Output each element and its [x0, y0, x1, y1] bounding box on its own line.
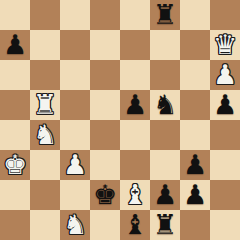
piece-black-rook[interactable]: ♜ [153, 0, 177, 30]
piece-black-pawn[interactable]: ♟ [183, 180, 207, 210]
chess-board: ♜♟♛♟♜♟♞♟♞♚♟♟♚♝♟♟♞♝♜ [0, 0, 240, 240]
piece-black-pawn[interactable]: ♟ [123, 90, 147, 120]
square-d6[interactable] [90, 60, 120, 90]
square-f2[interactable]: ♟ [150, 180, 180, 210]
piece-white-knight[interactable]: ♞ [63, 210, 87, 240]
square-g7[interactable] [180, 30, 210, 60]
piece-black-pawn[interactable]: ♟ [183, 150, 207, 180]
piece-black-pawn[interactable]: ♟ [153, 180, 177, 210]
square-h8[interactable] [210, 0, 240, 30]
square-b4[interactable]: ♞ [30, 120, 60, 150]
piece-white-knight[interactable]: ♞ [33, 120, 57, 150]
square-f4[interactable] [150, 120, 180, 150]
square-e1[interactable]: ♝ [120, 210, 150, 240]
piece-black-pawn[interactable]: ♟ [3, 30, 27, 60]
square-a6[interactable] [0, 60, 30, 90]
square-e8[interactable] [120, 0, 150, 30]
square-b6[interactable] [30, 60, 60, 90]
square-c4[interactable] [60, 120, 90, 150]
piece-white-king[interactable]: ♚ [3, 150, 27, 180]
square-g1[interactable] [180, 210, 210, 240]
square-a1[interactable] [0, 210, 30, 240]
square-f8[interactable]: ♜ [150, 0, 180, 30]
square-c6[interactable] [60, 60, 90, 90]
square-c3[interactable]: ♟ [60, 150, 90, 180]
piece-white-queen[interactable]: ♛ [213, 30, 237, 60]
square-f7[interactable] [150, 30, 180, 60]
piece-black-pawn[interactable]: ♟ [213, 90, 237, 120]
square-h2[interactable] [210, 180, 240, 210]
square-e3[interactable] [120, 150, 150, 180]
square-d8[interactable] [90, 0, 120, 30]
piece-black-king[interactable]: ♚ [93, 180, 117, 210]
square-h7[interactable]: ♛ [210, 30, 240, 60]
square-f5[interactable]: ♞ [150, 90, 180, 120]
square-a5[interactable] [0, 90, 30, 120]
piece-black-rook[interactable]: ♜ [153, 210, 177, 240]
square-h4[interactable] [210, 120, 240, 150]
square-b5[interactable]: ♜ [30, 90, 60, 120]
square-c7[interactable] [60, 30, 90, 60]
square-b3[interactable] [30, 150, 60, 180]
square-b7[interactable] [30, 30, 60, 60]
square-g2[interactable]: ♟ [180, 180, 210, 210]
square-e7[interactable] [120, 30, 150, 60]
square-d7[interactable] [90, 30, 120, 60]
square-c2[interactable] [60, 180, 90, 210]
square-a4[interactable] [0, 120, 30, 150]
piece-white-rook[interactable]: ♜ [33, 90, 57, 120]
square-g6[interactable] [180, 60, 210, 90]
square-d5[interactable] [90, 90, 120, 120]
square-g4[interactable] [180, 120, 210, 150]
square-h5[interactable]: ♟ [210, 90, 240, 120]
square-a2[interactable] [0, 180, 30, 210]
square-f1[interactable]: ♜ [150, 210, 180, 240]
square-d2[interactable]: ♚ [90, 180, 120, 210]
square-h6[interactable]: ♟ [210, 60, 240, 90]
piece-white-pawn[interactable]: ♟ [63, 150, 87, 180]
square-e4[interactable] [120, 120, 150, 150]
square-b8[interactable] [30, 0, 60, 30]
square-e2[interactable]: ♝ [120, 180, 150, 210]
square-d4[interactable] [90, 120, 120, 150]
square-g8[interactable] [180, 0, 210, 30]
square-a8[interactable] [0, 0, 30, 30]
square-e6[interactable] [120, 60, 150, 90]
piece-black-bishop[interactable]: ♝ [123, 210, 147, 240]
square-g5[interactable] [180, 90, 210, 120]
square-f3[interactable] [150, 150, 180, 180]
square-a7[interactable]: ♟ [0, 30, 30, 60]
piece-white-bishop[interactable]: ♝ [123, 180, 147, 210]
square-d3[interactable] [90, 150, 120, 180]
square-d1[interactable] [90, 210, 120, 240]
square-c1[interactable]: ♞ [60, 210, 90, 240]
square-a3[interactable]: ♚ [0, 150, 30, 180]
square-c5[interactable] [60, 90, 90, 120]
piece-white-pawn[interactable]: ♟ [213, 60, 237, 90]
square-e5[interactable]: ♟ [120, 90, 150, 120]
square-h3[interactable] [210, 150, 240, 180]
piece-black-knight[interactable]: ♞ [153, 90, 177, 120]
square-b2[interactable] [30, 180, 60, 210]
square-c8[interactable] [60, 0, 90, 30]
square-b1[interactable] [30, 210, 60, 240]
square-h1[interactable] [210, 210, 240, 240]
square-g3[interactable]: ♟ [180, 150, 210, 180]
square-f6[interactable] [150, 60, 180, 90]
